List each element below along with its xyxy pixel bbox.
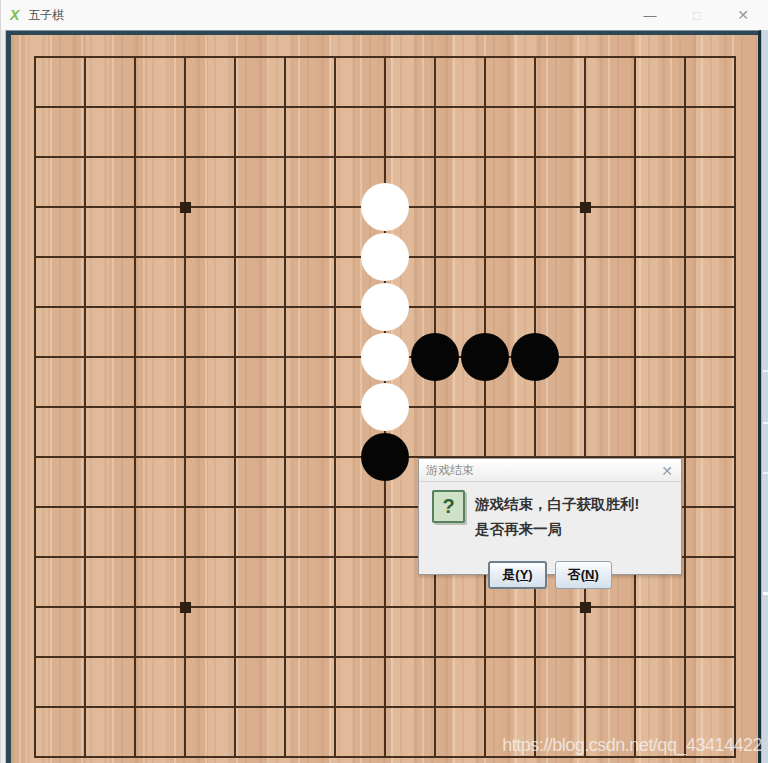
star-point [180, 602, 191, 613]
stone-white [361, 383, 409, 431]
grid-line-h-12 [34, 656, 736, 658]
stone-white [361, 183, 409, 231]
no-label-pre: 否( [568, 567, 585, 582]
close-icon: ✕ [737, 7, 749, 23]
edge-artifact [763, 472, 768, 474]
board[interactable] [11, 35, 758, 763]
star-point [180, 202, 191, 213]
close-button[interactable]: ✕ [723, 0, 763, 30]
stone-white [361, 283, 409, 331]
maximize-icon: □ [693, 8, 701, 23]
grid-line-v-8 [434, 56, 436, 758]
dialog-close-icon: ✕ [661, 463, 673, 479]
grid-line-v-14 [734, 56, 736, 758]
star-point [580, 202, 591, 213]
minimize-button[interactable]: — [630, 0, 670, 30]
stone-black [411, 333, 459, 381]
grid-line-v-9 [484, 56, 486, 758]
app-window: X 五子棋 — □ ✕ 游戏结束 ✕ ? 游戏结束，白子获取胜利! 是否再来一局… [0, 0, 768, 763]
stone-white [361, 233, 409, 281]
grid-line-v-12 [634, 56, 636, 758]
app-icon: X [10, 8, 19, 22]
grid-line-h-14 [34, 756, 736, 758]
no-label-post: ) [594, 567, 598, 582]
yes-label-pre: 是( [502, 567, 519, 582]
grid-line-v-13 [684, 56, 686, 758]
board-frame [6, 30, 761, 763]
maximize-button[interactable]: □ [677, 0, 717, 30]
edge-artifact [763, 370, 768, 372]
yes-mnemonic: Y [520, 567, 529, 582]
grid-line-v-10 [534, 56, 536, 758]
no-button[interactable]: 否(N) [555, 561, 612, 589]
minimize-icon: — [644, 8, 657, 23]
star-point [580, 602, 591, 613]
message-line-1: 游戏结束，白子获取胜利! [475, 495, 639, 514]
dialog-close-button[interactable]: ✕ [661, 459, 673, 482]
dialog-button-row: 是(Y) 否(N) [419, 561, 681, 589]
yes-button[interactable]: 是(Y) [488, 561, 546, 589]
game-over-dialog: 游戏结束 ✕ ? 游戏结束，白子获取胜利! 是否再来一局 是(Y) 否(N) [418, 458, 682, 575]
edge-artifact [763, 592, 768, 595]
grid-line-h-11 [34, 606, 736, 608]
stone-black [511, 333, 559, 381]
edge-artifact [763, 422, 768, 424]
grid-line-h-13 [34, 706, 736, 708]
stone-black [361, 433, 409, 481]
dialog-titlebar[interactable]: 游戏结束 ✕ [419, 459, 681, 482]
stone-black [461, 333, 509, 381]
right-window-edge [761, 30, 768, 763]
no-mnemonic: N [585, 567, 594, 582]
window-title: 五子棋 [28, 7, 64, 24]
yes-label-post: ) [528, 567, 532, 582]
question-glyph: ? [442, 495, 454, 518]
question-icon: ? [432, 490, 465, 523]
watermark: https://blog.csdn.net/qq_43414422 [502, 735, 762, 756]
message-line-2: 是否再来一局 [475, 520, 562, 539]
grid-line-v-11 [584, 56, 586, 758]
dialog-title: 游戏结束 [426, 462, 474, 479]
stone-white [361, 333, 409, 381]
